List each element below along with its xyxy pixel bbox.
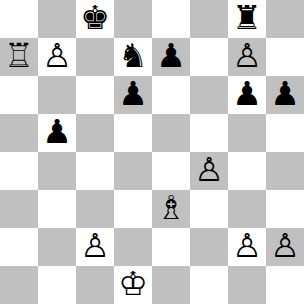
piece-white-pawn: ♙ (270, 227, 300, 265)
square-f6[interactable] (190, 76, 228, 114)
square-a3[interactable] (0, 190, 38, 228)
square-h8[interactable] (266, 0, 304, 38)
square-g7[interactable]: ♙ (228, 38, 266, 76)
square-b4[interactable] (38, 152, 76, 190)
piece-white-pawn: ♙ (42, 37, 72, 75)
square-b8[interactable] (38, 0, 76, 38)
piece-white-rook: ♖ (4, 37, 34, 75)
square-a5[interactable] (0, 114, 38, 152)
square-f5[interactable] (190, 114, 228, 152)
square-d5[interactable] (114, 114, 152, 152)
square-d2[interactable] (114, 228, 152, 266)
square-b2[interactable] (38, 228, 76, 266)
square-e8[interactable] (152, 0, 190, 38)
square-c6[interactable] (76, 76, 114, 114)
square-f8[interactable] (190, 0, 228, 38)
square-g6[interactable]: ♟ (228, 76, 266, 114)
square-h6[interactable]: ♟ (266, 76, 304, 114)
square-a6[interactable] (0, 76, 38, 114)
square-d7[interactable]: ♞ (114, 38, 152, 76)
square-g4[interactable] (228, 152, 266, 190)
piece-black-pawn: ♟ (42, 113, 72, 151)
piece-black-rook: ♜ (232, 0, 262, 37)
square-a8[interactable] (0, 0, 38, 38)
square-d6[interactable]: ♟ (114, 76, 152, 114)
square-g1[interactable] (228, 266, 266, 304)
square-h2[interactable]: ♙ (266, 228, 304, 266)
piece-white-pawn: ♙ (232, 37, 262, 75)
square-e7[interactable]: ♟ (152, 38, 190, 76)
square-c8[interactable]: ♚ (76, 0, 114, 38)
square-f2[interactable] (190, 228, 228, 266)
square-c7[interactable] (76, 38, 114, 76)
piece-white-pawn: ♙ (194, 151, 224, 189)
piece-black-pawn: ♟ (156, 37, 186, 75)
square-h5[interactable] (266, 114, 304, 152)
square-a7[interactable]: ♖ (0, 38, 38, 76)
square-f7[interactable] (190, 38, 228, 76)
square-h4[interactable] (266, 152, 304, 190)
piece-white-bishop: ♗ (156, 189, 186, 227)
square-f3[interactable] (190, 190, 228, 228)
square-g5[interactable] (228, 114, 266, 152)
piece-black-knight: ♞ (118, 37, 148, 75)
square-f1[interactable] (190, 266, 228, 304)
square-d4[interactable] (114, 152, 152, 190)
piece-white-pawn: ♙ (80, 227, 110, 265)
piece-white-king: ♔ (118, 265, 148, 303)
piece-white-pawn: ♙ (232, 227, 262, 265)
square-c4[interactable] (76, 152, 114, 190)
piece-black-pawn: ♟ (232, 75, 262, 113)
piece-black-pawn: ♟ (118, 75, 148, 113)
square-f4[interactable]: ♙ (190, 152, 228, 190)
square-e4[interactable] (152, 152, 190, 190)
square-c2[interactable]: ♙ (76, 228, 114, 266)
square-c1[interactable] (76, 266, 114, 304)
square-a2[interactable] (0, 228, 38, 266)
square-g3[interactable] (228, 190, 266, 228)
square-e2[interactable] (152, 228, 190, 266)
square-e3[interactable]: ♗ (152, 190, 190, 228)
square-g2[interactable]: ♙ (228, 228, 266, 266)
square-e6[interactable] (152, 76, 190, 114)
piece-black-king: ♚ (80, 0, 110, 37)
square-d3[interactable] (114, 190, 152, 228)
square-e5[interactable] (152, 114, 190, 152)
square-d1[interactable]: ♔ (114, 266, 152, 304)
square-a4[interactable] (0, 152, 38, 190)
square-b3[interactable] (38, 190, 76, 228)
chess-board: ♚♜♖♙♞♟♙♟♟♟♟♙♗♙♙♙♔ (0, 0, 304, 304)
square-b5[interactable]: ♟ (38, 114, 76, 152)
square-h7[interactable] (266, 38, 304, 76)
square-e1[interactable] (152, 266, 190, 304)
square-b6[interactable] (38, 76, 76, 114)
square-b1[interactable] (38, 266, 76, 304)
square-g8[interactable]: ♜ (228, 0, 266, 38)
square-c3[interactable] (76, 190, 114, 228)
square-h1[interactable] (266, 266, 304, 304)
square-h3[interactable] (266, 190, 304, 228)
square-b7[interactable]: ♙ (38, 38, 76, 76)
piece-black-pawn: ♟ (270, 75, 300, 113)
square-a1[interactable] (0, 266, 38, 304)
square-d8[interactable] (114, 0, 152, 38)
square-c5[interactable] (76, 114, 114, 152)
